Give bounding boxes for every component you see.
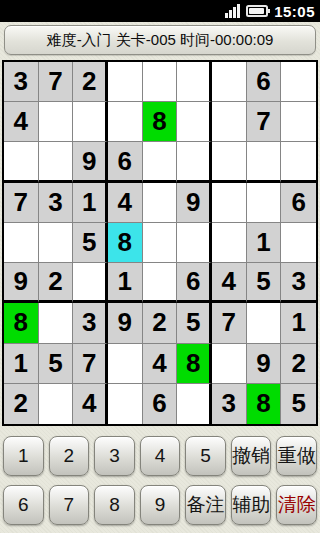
cell-r2c8[interactable]: 7 [247,102,282,142]
game-info-bar[interactable]: 难度-入门 关卡-005 时间-00:00:09 [4,25,316,55]
cell-r9c6[interactable] [177,384,212,424]
cell-r9c9[interactable]: 5 [281,384,316,424]
cell-r9c7[interactable]: 3 [212,384,247,424]
cell-r3c9[interactable] [281,142,316,182]
digit-2-button[interactable]: 2 [49,436,90,476]
cell-r6c2[interactable]: 2 [39,263,74,303]
cell-r4c6[interactable]: 9 [177,183,212,223]
cell-r8c2[interactable]: 5 [39,344,74,384]
cell-r1c9[interactable] [281,62,316,102]
sudoku-board: 3726487967314965819216453839257115748922… [2,60,318,426]
cell-r1c8[interactable]: 6 [247,62,282,102]
cell-r8c7[interactable] [212,344,247,384]
cell-r9c8[interactable]: 8 [247,384,282,424]
cell-r4c5[interactable] [143,183,178,223]
cell-r7c7[interactable]: 7 [212,303,247,343]
cell-r9c2[interactable] [39,384,74,424]
cell-r8c3[interactable]: 7 [73,344,108,384]
cell-r4c2[interactable]: 3 [39,183,74,223]
cell-r5c3[interactable]: 5 [73,223,108,263]
digit-1-button[interactable]: 1 [3,436,44,476]
clear-button[interactable]: 清除 [276,485,317,525]
undo-button[interactable]: 撤销 [231,436,272,476]
cell-r5c4[interactable]: 8 [108,223,143,263]
cell-r2c2[interactable] [39,102,74,142]
cell-r3c4[interactable]: 6 [108,142,143,182]
cell-r7c1[interactable]: 8 [4,303,39,343]
digit-8-button[interactable]: 8 [94,485,135,525]
cell-r7c5[interactable]: 2 [143,303,178,343]
cell-r4c4[interactable]: 4 [108,183,143,223]
cell-r1c3[interactable]: 2 [73,62,108,102]
cell-r3c8[interactable] [247,142,282,182]
cell-r1c6[interactable] [177,62,212,102]
cell-r7c4[interactable]: 9 [108,303,143,343]
cell-r4c3[interactable]: 1 [73,183,108,223]
cell-r8c4[interactable] [108,344,143,384]
cell-r8c8[interactable]: 9 [247,344,282,384]
cell-r8c9[interactable]: 2 [281,344,316,384]
cell-r6c8[interactable]: 5 [247,263,282,303]
cell-r3c3[interactable]: 9 [73,142,108,182]
cell-r5c6[interactable] [177,223,212,263]
cell-r8c5[interactable]: 4 [143,344,178,384]
cell-r1c1[interactable]: 3 [4,62,39,102]
cell-r8c1[interactable]: 1 [4,344,39,384]
cell-r1c5[interactable] [143,62,178,102]
cell-r5c1[interactable] [4,223,39,263]
cell-r2c1[interactable]: 4 [4,102,39,142]
cell-r4c1[interactable]: 7 [4,183,39,223]
digit-3-button[interactable]: 3 [94,436,135,476]
status-bar: 15:05 [0,0,320,22]
keypad: 1 2 3 4 5 撤销 重做 6 7 8 9 备注 辅助 清除 [0,426,320,525]
cell-r6c7[interactable]: 4 [212,263,247,303]
cell-r2c7[interactable] [212,102,247,142]
cell-r6c9[interactable]: 3 [281,263,316,303]
cell-r7c3[interactable]: 3 [73,303,108,343]
digit-6-button[interactable]: 6 [3,485,44,525]
cell-r4c7[interactable] [212,183,247,223]
cell-r2c6[interactable] [177,102,212,142]
cell-r9c4[interactable] [108,384,143,424]
cell-r9c5[interactable]: 6 [143,384,178,424]
cell-r3c2[interactable] [39,142,74,182]
assist-button[interactable]: 辅助 [231,485,272,525]
cell-r6c6[interactable]: 6 [177,263,212,303]
cell-r9c3[interactable]: 4 [73,384,108,424]
cell-r9c1[interactable]: 2 [4,384,39,424]
cell-r3c7[interactable] [212,142,247,182]
cell-r2c3[interactable] [73,102,108,142]
digit-5-button[interactable]: 5 [185,436,226,476]
battery-icon [246,5,268,17]
cell-r4c8[interactable] [247,183,282,223]
cell-r4c9[interactable]: 6 [281,183,316,223]
cell-r2c4[interactable] [108,102,143,142]
cell-r5c2[interactable] [39,223,74,263]
cell-r2c9[interactable] [281,102,316,142]
cell-r1c4[interactable] [108,62,143,102]
digit-9-button[interactable]: 9 [140,485,181,525]
cell-r6c3[interactable] [73,263,108,303]
keypad-row-2: 6 7 8 9 备注 辅助 清除 [3,485,317,525]
cell-r1c2[interactable]: 7 [39,62,74,102]
cell-r6c4[interactable]: 1 [108,263,143,303]
cell-r7c2[interactable] [39,303,74,343]
cell-r1c7[interactable] [212,62,247,102]
cell-r7c9[interactable]: 1 [281,303,316,343]
status-clock: 15:05 [274,3,315,20]
cell-r6c1[interactable]: 9 [4,263,39,303]
cell-r3c1[interactable] [4,142,39,182]
keypad-row-1: 1 2 3 4 5 撤销 重做 [3,436,317,476]
cell-r5c9[interactable] [281,223,316,263]
cell-r8c6[interactable]: 8 [177,344,212,384]
cell-r5c8[interactable]: 1 [247,223,282,263]
cell-r6c5[interactable] [143,263,178,303]
cell-r2c5[interactable]: 8 [143,102,178,142]
cell-r3c5[interactable] [143,142,178,182]
cell-r5c7[interactable] [212,223,247,263]
redo-button[interactable]: 重做 [276,436,317,476]
cell-r7c6[interactable]: 5 [177,303,212,343]
cell-r5c5[interactable] [143,223,178,263]
digit-7-button[interactable]: 7 [49,485,90,525]
cell-r3c6[interactable] [177,142,212,182]
signal-strength-icon [225,4,240,18]
cell-r7c8[interactable] [247,303,282,343]
note-button[interactable]: 备注 [185,485,226,525]
digit-4-button[interactable]: 4 [140,436,181,476]
